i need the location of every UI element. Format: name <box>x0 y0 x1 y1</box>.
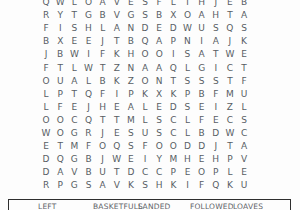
grid-cell[interactable]: J <box>96 153 110 166</box>
grid-cell[interactable]: Q <box>223 22 237 35</box>
grid-cell[interactable]: H <box>81 22 95 35</box>
word-bank: LEFTBASKETFULSLANDEDFOLLOWEDLOAVES <box>9 200 290 210</box>
grid-cell[interactable]: V <box>237 153 251 166</box>
grid-cell[interactable]: P <box>53 87 67 100</box>
grid-cell[interactable]: D <box>166 22 180 35</box>
grid-cell[interactable]: E <box>180 166 194 179</box>
grid-cell[interactable]: R <box>81 126 95 139</box>
grid-cell[interactable]: S <box>81 179 95 192</box>
grid-cell[interactable]: I <box>209 61 223 74</box>
grid-cell[interactable]: L <box>180 61 194 74</box>
grid-cell[interactable]: F <box>209 87 223 100</box>
grid-cell[interactable]: A <box>110 22 124 35</box>
grid-cell[interactable]: S <box>180 100 194 113</box>
grid-cell[interactable]: X <box>152 87 166 100</box>
grid-cell[interactable]: V <box>110 179 124 192</box>
grid-cell[interactable]: S <box>195 74 209 87</box>
word-bank-box: LEFTBASKETFULSLANDEDFOLLOWEDLOAVES <box>8 199 291 210</box>
grid-cell[interactable]: Z <box>124 74 138 87</box>
grid-cell[interactable]: A <box>138 61 152 74</box>
grid-cell[interactable]: K <box>223 179 237 192</box>
grid-cell[interactable]: E <box>67 35 81 48</box>
grid-cell[interactable]: K <box>166 179 180 192</box>
grid-cell[interactable]: E <box>81 35 95 48</box>
grid-cell[interactable]: I <box>138 153 152 166</box>
grid-cell[interactable]: A <box>96 179 110 192</box>
grid-cell[interactable]: H <box>195 0 209 9</box>
grid-cell[interactable]: E <box>237 48 251 61</box>
grid-cell[interactable]: L <box>180 113 194 126</box>
grid-cell[interactable]: L <box>180 126 194 139</box>
grid-cell[interactable]: S <box>152 126 166 139</box>
grid-cell[interactable]: U <box>96 166 110 179</box>
grid-cell[interactable]: A <box>195 48 209 61</box>
grid-cell[interactable]: F <box>96 87 110 100</box>
grid-cell[interactable]: D <box>166 100 180 113</box>
grid-cell[interactable]: X <box>53 35 67 48</box>
grid-cell[interactable]: S <box>124 126 138 139</box>
grid-cell[interactable]: S <box>152 113 166 126</box>
grid-cell[interactable]: L <box>67 0 81 9</box>
grid-cell[interactable]: P <box>223 153 237 166</box>
grid-cell[interactable]: R <box>39 179 53 192</box>
grid-cell[interactable]: G <box>195 61 209 74</box>
grid-cell[interactable]: B <box>81 153 95 166</box>
grid-cell[interactable]: L <box>166 0 180 9</box>
grid-cell[interactable]: A <box>96 0 110 9</box>
grid-cell[interactable]: S <box>138 179 152 192</box>
grid-cell[interactable]: C <box>152 166 166 179</box>
grid-cell[interactable]: K <box>124 179 138 192</box>
grid-cell[interactable]: S <box>124 140 138 153</box>
grid-cell[interactable]: H <box>209 153 223 166</box>
grid-cell[interactable]: N <box>180 35 194 48</box>
grid-cell[interactable]: M <box>223 87 237 100</box>
grid-cell[interactable]: T <box>237 61 251 74</box>
grid-cell[interactable]: G <box>67 126 81 139</box>
grid-cell[interactable]: Q <box>53 153 67 166</box>
grid-cell[interactable]: W <box>81 61 95 74</box>
grid-cell[interactable]: L <box>67 61 81 74</box>
grid-cell[interactable]: A <box>195 9 209 22</box>
grid-cell[interactable]: J <box>81 100 95 113</box>
grid-cell[interactable]: A <box>209 35 223 48</box>
grid-cell[interactable]: S <box>209 22 223 35</box>
grid-cell[interactable]: T <box>96 61 110 74</box>
grid-cell[interactable]: E <box>110 100 124 113</box>
grid-cell[interactable]: L <box>223 166 237 179</box>
grid-cell[interactable]: W <box>67 48 81 61</box>
grid-cell[interactable]: A <box>237 9 251 22</box>
grid-cell[interactable]: L <box>39 87 53 100</box>
grid-cell[interactable]: W <box>110 153 124 166</box>
grid-cell[interactable]: Z <box>110 61 124 74</box>
grid-cell[interactable]: N <box>152 74 166 87</box>
grid-cell[interactable]: E <box>124 153 138 166</box>
grid-cell[interactable]: I <box>209 100 223 113</box>
grid-cell[interactable]: B <box>195 87 209 100</box>
grid-cell[interactable]: F <box>39 61 53 74</box>
grid-cell[interactable]: T <box>223 74 237 87</box>
grid-cell[interactable]: J <box>96 35 110 48</box>
grid-cell[interactable]: Z <box>223 100 237 113</box>
grid-cell[interactable]: B <box>96 9 110 22</box>
grid-cell[interactable]: L <box>96 22 110 35</box>
grid-cell[interactable]: U <box>195 22 209 35</box>
word-search-puzzle: QWLOAVESFLTHJEBRYTGBVGSBXOAHTAFISHLANDED… <box>0 0 300 210</box>
grid-cell[interactable]: E <box>195 153 209 166</box>
grid-cell[interactable]: S <box>237 113 251 126</box>
grid-cell[interactable]: F <box>39 22 53 35</box>
grid-cell[interactable]: F <box>96 48 110 61</box>
grid-cell[interactable]: A <box>67 74 81 87</box>
grid-cell[interactable]: E <box>152 22 166 35</box>
grid-cell[interactable]: H <box>180 153 194 166</box>
grid-cell[interactable]: U <box>237 87 251 100</box>
grid-cell[interactable]: D <box>39 153 53 166</box>
grid-cell[interactable]: P <box>209 166 223 179</box>
grid-cell[interactable]: A <box>152 61 166 74</box>
grid-cell[interactable]: B <box>124 35 138 48</box>
grid-cell[interactable]: K <box>138 87 152 100</box>
grid-cell[interactable]: T <box>67 9 81 22</box>
grid-cell[interactable]: A <box>53 166 67 179</box>
grid-cell[interactable]: Q <box>81 87 95 100</box>
grid-cell[interactable]: T <box>110 113 124 126</box>
grid-cell[interactable]: T <box>209 48 223 61</box>
grid-cell[interactable]: B <box>53 48 67 61</box>
grid-cell[interactable]: O <box>53 113 67 126</box>
grid-cell[interactable]: F <box>195 179 209 192</box>
grid-cell[interactable]: B <box>152 9 166 22</box>
grid-cell[interactable]: T <box>53 140 67 153</box>
grid-cell[interactable]: T <box>110 35 124 48</box>
grid-cell[interactable]: C <box>223 61 237 74</box>
grid-cell[interactable]: I <box>81 48 95 61</box>
grid-cell[interactable]: S <box>237 22 251 35</box>
grid-cell[interactable]: S <box>67 22 81 35</box>
grid-cell[interactable]: L <box>138 113 152 126</box>
grid-cell[interactable]: T <box>223 140 237 153</box>
grid-cell[interactable]: T <box>96 113 110 126</box>
grid-cell[interactable]: E <box>110 126 124 139</box>
grid-cell[interactable]: E <box>237 166 251 179</box>
grid-cell[interactable]: B <box>39 35 53 48</box>
grid-cell[interactable]: N <box>124 22 138 35</box>
grid-cell[interactable]: P <box>180 87 194 100</box>
grid-cell[interactable]: O <box>53 126 67 139</box>
grid-cell[interactable]: W <box>223 48 237 61</box>
grid-cell[interactable]: X <box>166 9 180 22</box>
grid-cell[interactable]: G <box>67 153 81 166</box>
grid-cell[interactable]: D <box>195 140 209 153</box>
grid-cell[interactable]: H <box>209 9 223 22</box>
grid-cell[interactable]: F <box>81 140 95 153</box>
grid-cell[interactable]: O <box>180 9 194 22</box>
grid-cell[interactable]: O <box>138 48 152 61</box>
grid-cell[interactable]: B <box>96 74 110 87</box>
grid-cell[interactable]: C <box>138 166 152 179</box>
grid-cell[interactable]: Q <box>110 140 124 153</box>
grid-cell[interactable]: T <box>110 166 124 179</box>
grid-cell[interactable]: J <box>223 35 237 48</box>
grid-cell[interactable]: O <box>96 140 110 153</box>
grid-cell[interactable]: E <box>67 100 81 113</box>
grid-cell[interactable]: O <box>39 113 53 126</box>
grid-cell[interactable]: O <box>39 74 53 87</box>
grid-cell[interactable]: I <box>53 22 67 35</box>
grid-cell[interactable]: K <box>110 48 124 61</box>
grid-cell[interactable]: U <box>237 179 251 192</box>
grid-cell[interactable]: U <box>53 74 67 87</box>
grid-cell[interactable]: C <box>67 113 81 126</box>
grid-cell[interactable]: A <box>152 35 166 48</box>
grid-cell[interactable]: H <box>124 48 138 61</box>
grid-cell[interactable]: Y <box>152 153 166 166</box>
grid-cell[interactable]: E <box>124 0 138 9</box>
grid-cell[interactable]: B <box>195 126 209 139</box>
grid-cell[interactable]: M <box>67 140 81 153</box>
grid-cell[interactable]: D <box>138 22 152 35</box>
grid-cell[interactable]: L <box>138 100 152 113</box>
grid-cell[interactable]: P <box>166 35 180 48</box>
grid-cell[interactable]: E <box>195 100 209 113</box>
word-bank-item: LEFT <box>38 202 93 210</box>
grid-cell[interactable]: O <box>138 74 152 87</box>
grid-cell[interactable]: G <box>124 9 138 22</box>
grid-cell[interactable]: K <box>110 74 124 87</box>
grid-cell[interactable]: E <box>223 0 237 9</box>
grid-cell[interactable]: F <box>195 113 209 126</box>
grid-cell[interactable]: P <box>124 87 138 100</box>
grid-cell[interactable]: F <box>237 74 251 87</box>
grid-cell[interactable]: I <box>110 87 124 100</box>
grid-cell[interactable]: L <box>237 100 251 113</box>
grid-cell[interactable]: E <box>39 140 53 153</box>
grid-cell[interactable]: T <box>180 0 194 9</box>
grid-cell[interactable]: S <box>138 9 152 22</box>
grid-cell[interactable]: A <box>124 100 138 113</box>
grid-cell[interactable]: F <box>138 140 152 153</box>
grid-cell[interactable]: L <box>81 74 95 87</box>
grid-cell[interactable]: G <box>81 9 95 22</box>
grid-cell[interactable]: W <box>180 22 194 35</box>
grid-cell[interactable]: S <box>180 48 194 61</box>
grid-cell[interactable]: Q <box>209 179 223 192</box>
grid-cell[interactable]: K <box>166 87 180 100</box>
grid-cell[interactable]: H <box>152 179 166 192</box>
grid-cell[interactable]: Q <box>81 113 95 126</box>
grid-cell[interactable]: S <box>138 0 152 9</box>
grid-cell[interactable]: U <box>138 126 152 139</box>
grid-cell[interactable]: W <box>53 0 67 9</box>
grid-cell[interactable]: R <box>39 9 53 22</box>
grid-cell[interactable]: Y <box>53 9 67 22</box>
grid-cell[interactable]: D <box>124 166 138 179</box>
word-bank-item: LOAVES <box>233 202 290 210</box>
grid-cell[interactable]: A <box>237 140 251 153</box>
grid-cell[interactable]: P <box>53 179 67 192</box>
grid-cell[interactable]: O <box>152 140 166 153</box>
grid-cell[interactable]: J <box>96 126 110 139</box>
grid-cell[interactable]: I <box>195 35 209 48</box>
grid-cell[interactable]: D <box>209 126 223 139</box>
grid-cell[interactable]: B <box>81 166 95 179</box>
grid-cell[interactable]: Q <box>166 61 180 74</box>
grid-cell[interactable]: I <box>180 179 194 192</box>
letter-grid: QWLOAVESFLTHJEBRYTGBVGSBXOAHTAFISHLANDED… <box>39 0 251 192</box>
grid-cell[interactable]: C <box>237 126 251 139</box>
grid-cell[interactable]: V <box>110 0 124 9</box>
grid-cell[interactable]: C <box>166 113 180 126</box>
grid-cell[interactable]: Q <box>138 35 152 48</box>
grid-cell[interactable]: S <box>209 74 223 87</box>
grid-cell[interactable]: S <box>180 74 194 87</box>
grid-cell[interactable]: H <box>96 100 110 113</box>
grid-cell[interactable]: T <box>67 87 81 100</box>
grid-cell[interactable]: J <box>209 140 223 153</box>
grid-cell[interactable]: C <box>166 126 180 139</box>
grid-cell[interactable]: E <box>152 100 166 113</box>
grid-cell[interactable]: F <box>152 0 166 9</box>
grid-cell[interactable]: O <box>81 0 95 9</box>
grid-cell[interactable]: O <box>195 166 209 179</box>
grid-cell[interactable]: G <box>67 179 81 192</box>
grid-cell[interactable]: T <box>166 74 180 87</box>
grid-cell[interactable]: J <box>39 48 53 61</box>
grid-cell[interactable]: V <box>67 166 81 179</box>
word-bank-item: FOLLOWED <box>190 202 233 210</box>
grid-cell[interactable]: M <box>124 113 138 126</box>
word-bank-item: BASKETFULS <box>93 202 138 210</box>
grid-cell[interactable]: B <box>237 0 251 9</box>
grid-cell[interactable]: Q <box>39 0 53 9</box>
grid-cell[interactable]: V <box>110 9 124 22</box>
grid-cell[interactable]: F <box>53 100 67 113</box>
grid-cell[interactable]: T <box>53 61 67 74</box>
grid-cell[interactable]: M <box>166 153 180 166</box>
grid-cell[interactable]: C <box>223 113 237 126</box>
grid-cell[interactable]: D <box>180 140 194 153</box>
grid-cell[interactable]: W <box>39 126 53 139</box>
grid-cell[interactable]: P <box>166 166 180 179</box>
grid-cell[interactable]: J <box>209 0 223 9</box>
grid-cell[interactable]: T <box>223 9 237 22</box>
grid-cell[interactable]: K <box>237 35 251 48</box>
word-bank-item: LANDED <box>138 202 190 210</box>
grid-cell[interactable]: E <box>209 113 223 126</box>
grid-cell[interactable]: O <box>166 140 180 153</box>
grid-cell[interactable]: I <box>166 48 180 61</box>
grid-cell[interactable]: O <box>152 48 166 61</box>
grid-cell[interactable]: L <box>39 100 53 113</box>
grid-cell[interactable]: N <box>124 61 138 74</box>
grid-cell[interactable]: D <box>39 166 53 179</box>
grid-cell[interactable]: W <box>223 126 237 139</box>
